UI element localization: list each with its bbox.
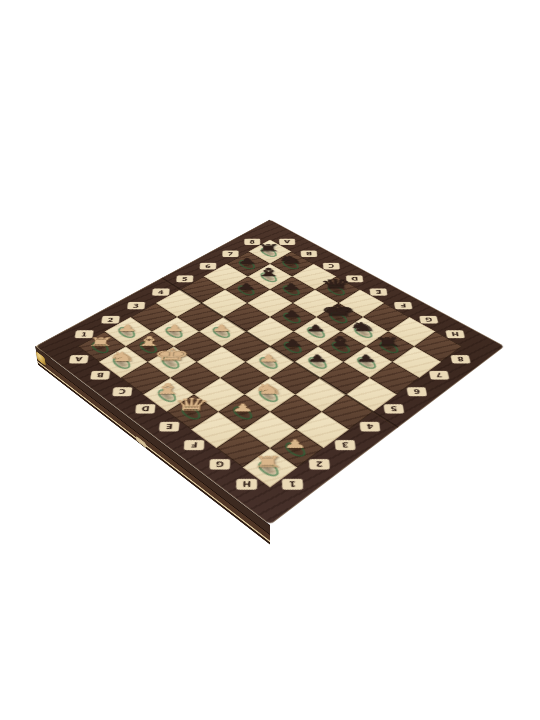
square-d2 [170,362,220,395]
rank-label: 8 [451,355,471,363]
rank-label-right-8: 8 [441,346,480,372]
rank-label: 6 [407,387,427,396]
rank-label-right-3: 3 [324,429,368,460]
black-pawn: ♟ [236,283,256,290]
hinge-icon [136,436,146,448]
black-pawn: ♟ [237,257,257,264]
rank-label: 3 [335,440,356,450]
square-h1: ♜ [243,448,298,487]
file-label: B [90,370,110,379]
file-label: C [323,262,340,269]
square-g5 [320,362,370,395]
square-g1 [216,429,270,467]
rank-label-right-6: 6 [397,378,438,406]
square-h5 [346,378,397,412]
white-pawn: ♟ [258,354,280,363]
white-pawn: ♟ [211,324,233,332]
square-g3 [270,394,322,429]
file-label: H [446,330,465,338]
rank-label-right-5: 5 [373,394,415,423]
square-b1: ♞ [99,346,148,377]
file-label: E [370,288,388,295]
frame-corner [252,487,289,514]
square-h6 [370,362,420,395]
black-bishop: ♝ [255,267,283,277]
rank-label: 4 [152,288,170,295]
square-h7 [392,346,441,377]
black-king: ♚ [319,304,356,318]
square-e1: ♛ [167,394,219,429]
square-c1 [121,362,171,395]
white-pawn: ♟ [283,438,307,449]
file-label: A [69,355,89,363]
file-label: A [279,238,295,244]
piece-shadow [253,386,283,406]
square-f3: ♞ [245,378,296,412]
square-f2: ♟ [218,394,270,429]
felt-ring [157,389,176,402]
rank-label-right-2: 2 [297,448,342,480]
white-pawn: ♟ [163,324,185,332]
felt-ring [233,406,253,420]
file-label: C [113,387,133,396]
file-label: G [210,459,231,470]
square-g6: ♟ [343,346,392,377]
file-label-bottom-C: C [103,378,144,406]
felt-ring [259,389,279,402]
piece-shadow [175,402,205,423]
black-pawn: ♟ [306,354,328,363]
white-rook: ♜ [86,336,116,347]
square-g4 [295,378,346,412]
file-label: F [394,302,412,309]
piece-shadow [251,457,284,481]
felt-ring [259,356,278,368]
rank-label-right-7: 7 [419,362,459,389]
white-king: ♚ [151,347,191,362]
square-f4 [270,362,320,395]
square-e4: ♟ [246,346,295,377]
piece-shadow [107,354,135,373]
black-pawn: ♟ [305,324,327,332]
white-bishop: ♝ [151,382,184,395]
square-f5: ♟ [294,346,343,377]
felt-ring [285,442,306,457]
felt-ring [161,356,180,368]
white-queen: ♛ [172,397,211,413]
piece-shadow [227,402,258,423]
black-knight: ♞ [348,321,378,332]
piece-shadow [351,354,381,373]
file-label: F [184,440,205,450]
rank-label: 5 [176,275,193,282]
file-label-bottom-H: H [224,467,270,501]
square-h2: ♟ [270,429,324,467]
file-label-bottom-A: A [60,346,99,372]
felt-ring [112,356,130,368]
rank-label: 3 [127,302,145,309]
square-f1 [191,411,244,447]
rank-label-right-4: 4 [349,411,392,441]
square-g2 [244,411,297,447]
file-label: G [420,315,439,323]
black-rook: ♜ [374,336,403,347]
white-knight: ♞ [107,350,139,362]
rank-label: 1 [282,478,303,489]
piece-shadow [279,438,311,461]
white-pawn: ♟ [116,324,138,332]
rank-label: 4 [360,421,381,431]
chess-board: ABCDEFGH8♜♞♛87♟♝♟♚♞♜76♟♟♟♝♟65♟♟54♟♟43♟♞3… [35,219,505,525]
black-bishop: ♝ [325,335,356,347]
rank-label-right-1: 1 [270,467,316,501]
file-label-bottom-B: B [81,362,121,389]
felt-ring [357,356,377,368]
file-label: B [301,250,317,257]
file-label: E [159,421,180,431]
piece-shadow [253,354,282,373]
black-pawn: ♟ [281,283,301,290]
black-pawn: ♟ [282,339,304,348]
photo-background: ABCDEFGH8♜♞♛87♟♝♟♚♞♜76♟♟♟♝♟65♟♟54♟♟43♟♞3… [0,0,540,720]
felt-ring [258,461,279,476]
rank-label: 7 [429,370,449,379]
square-d1: ♝ [143,378,194,412]
black-pawn: ♟ [355,354,378,363]
piece-shadow [156,354,185,373]
rank-label: 6 [200,262,217,269]
black-queen: ♛ [319,278,352,290]
piece-shadow [152,386,182,406]
felt-ring [308,356,327,368]
white-knight: ♞ [253,382,284,395]
board-grid: ABCDEFGH8♜♞♛87♟♝♟♚♞♜76♟♟♟♝♟65♟♟54♟♟43♟♞3… [47,224,494,514]
black-rook: ♜ [256,243,281,252]
file-label: H [237,478,258,489]
square-c2: ♚ [148,346,197,377]
felt-ring [181,406,201,420]
square-d3 [197,346,246,377]
black-knight: ♞ [277,255,304,265]
rank-label: 5 [384,404,405,413]
square-h3 [296,411,349,447]
square-e2 [194,378,245,412]
white-pawn: ♟ [231,403,254,413]
square-e3 [220,362,270,395]
white-rook: ♜ [253,454,285,468]
file-label: D [135,404,156,413]
black-pawn: ♟ [281,310,302,318]
square-h4 [322,394,374,429]
rank-label: 2 [309,459,330,470]
